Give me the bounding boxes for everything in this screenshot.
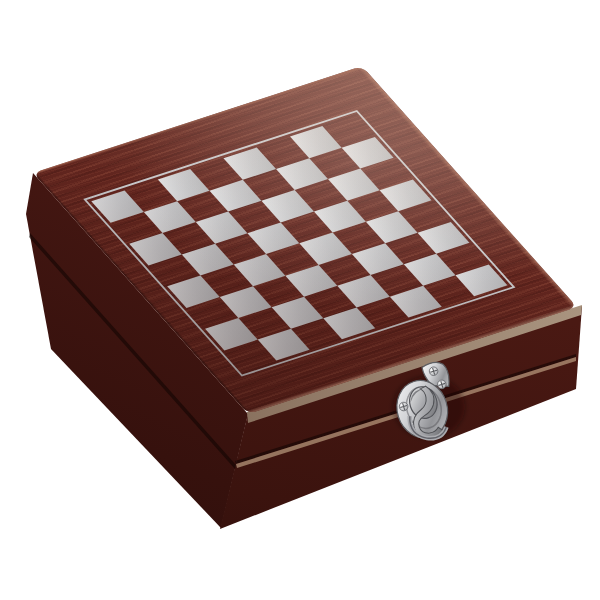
product-photo-chess-box — [0, 0, 600, 600]
latch-clasp — [387, 360, 471, 448]
